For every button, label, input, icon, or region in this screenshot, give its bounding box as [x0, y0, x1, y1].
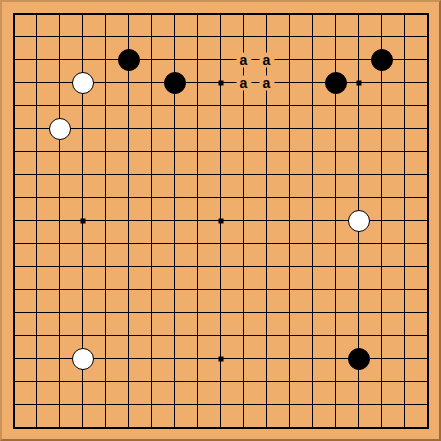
board-cell [94, 186, 117, 209]
board-cell [232, 2, 255, 25]
board-cell [140, 255, 163, 278]
board-cell [393, 209, 416, 232]
board-cell [2, 48, 25, 71]
white-stone [348, 210, 370, 232]
board-cell [25, 301, 48, 324]
board-cell [48, 324, 71, 347]
board-cell [48, 255, 71, 278]
board-cell [140, 163, 163, 186]
board-cell [48, 48, 71, 71]
white-stone [72, 348, 94, 370]
board-cell [163, 2, 186, 25]
board-cell [347, 140, 370, 163]
board-cell [370, 25, 393, 48]
board-cell [370, 71, 393, 94]
board-cell [117, 209, 140, 232]
black-stone [118, 49, 140, 71]
board-cell [209, 48, 232, 71]
white-stone [49, 118, 71, 140]
go-board: aaaa [0, 0, 441, 441]
board-cell [163, 393, 186, 416]
board-cell [163, 186, 186, 209]
board-cell [232, 347, 255, 370]
board-cell [48, 278, 71, 301]
board-cell [393, 140, 416, 163]
board-cell [71, 370, 94, 393]
board-cell [71, 255, 94, 278]
board-cell [370, 393, 393, 416]
board-cell [209, 2, 232, 25]
board-cell [278, 25, 301, 48]
board-cell [393, 301, 416, 324]
board-cell [278, 416, 301, 439]
board-cell [301, 209, 324, 232]
board-cell [71, 393, 94, 416]
board-cell [71, 416, 94, 439]
board-cell [209, 94, 232, 117]
board-cell [140, 94, 163, 117]
board-cell [71, 163, 94, 186]
board-cell [324, 2, 347, 25]
board-cell [255, 393, 278, 416]
board-cell [347, 324, 370, 347]
board-cell [370, 232, 393, 255]
board-cell [209, 25, 232, 48]
board-cell [2, 255, 25, 278]
board-cell [94, 347, 117, 370]
board-cell [393, 370, 416, 393]
board-cell [370, 370, 393, 393]
board-cell [140, 140, 163, 163]
board-cell [393, 347, 416, 370]
board-cell [278, 278, 301, 301]
board-cell [324, 232, 347, 255]
board-cell [94, 209, 117, 232]
white-stone [72, 72, 94, 94]
board-cell [278, 2, 301, 25]
board-cell [186, 117, 209, 140]
board-cell [255, 255, 278, 278]
board-cell [347, 278, 370, 301]
board-cell [2, 2, 25, 25]
board-cell [347, 255, 370, 278]
board-cell [301, 416, 324, 439]
board-cell [94, 255, 117, 278]
board-cell [416, 232, 439, 255]
board-cell [117, 94, 140, 117]
board-cell [117, 416, 140, 439]
board-cell [71, 278, 94, 301]
board-cell [186, 347, 209, 370]
board-cell [94, 94, 117, 117]
board-cell [278, 163, 301, 186]
board-cell [186, 163, 209, 186]
board-cell [324, 347, 347, 370]
board-cell [186, 278, 209, 301]
board-cell [416, 186, 439, 209]
board-cell [25, 278, 48, 301]
board-cell [140, 48, 163, 71]
star-point [80, 218, 85, 223]
board-cell [140, 2, 163, 25]
board-cell [163, 48, 186, 71]
board-cell [186, 209, 209, 232]
board-cell [416, 278, 439, 301]
board-cell [163, 232, 186, 255]
board-cell [140, 232, 163, 255]
board-cell [393, 186, 416, 209]
board-cell [232, 278, 255, 301]
board-cell [163, 255, 186, 278]
board-cell [416, 25, 439, 48]
board-cell [94, 71, 117, 94]
board-cell [232, 94, 255, 117]
board-cell [186, 186, 209, 209]
board-cell [71, 301, 94, 324]
board-cell [347, 25, 370, 48]
board-cell [163, 209, 186, 232]
board-cell [186, 255, 209, 278]
board-cell [94, 370, 117, 393]
board-cell [393, 94, 416, 117]
board-cell [301, 393, 324, 416]
board-cell [186, 48, 209, 71]
board-cell [278, 186, 301, 209]
black-stone [164, 72, 186, 94]
board-cell [163, 347, 186, 370]
board-cell [209, 324, 232, 347]
board-cell [301, 2, 324, 25]
board-cell [370, 140, 393, 163]
board-cell [25, 347, 48, 370]
board-cell [140, 347, 163, 370]
board-cell [370, 278, 393, 301]
board-cell [416, 393, 439, 416]
board-cell [370, 324, 393, 347]
board-cell [232, 232, 255, 255]
board-cell [209, 255, 232, 278]
board-cell [186, 324, 209, 347]
board-cell [416, 140, 439, 163]
board-cell [25, 25, 48, 48]
board-cell [186, 71, 209, 94]
board-cell [301, 301, 324, 324]
board-cell [163, 278, 186, 301]
board-cell [278, 232, 301, 255]
board-cell [416, 2, 439, 25]
board-cell [393, 48, 416, 71]
board-cell [347, 393, 370, 416]
board-cell [94, 117, 117, 140]
board-cell [347, 2, 370, 25]
board-cell [2, 209, 25, 232]
board-cell [2, 186, 25, 209]
board-cell [117, 232, 140, 255]
board-cell [370, 2, 393, 25]
board-cell [324, 186, 347, 209]
board-cell [25, 209, 48, 232]
board-cell [278, 140, 301, 163]
board-cell [117, 186, 140, 209]
board-cell [324, 48, 347, 71]
board-cell [347, 117, 370, 140]
board-cell [370, 347, 393, 370]
board-cell [186, 416, 209, 439]
board-cell [209, 393, 232, 416]
board-cell [186, 370, 209, 393]
board-cell [301, 370, 324, 393]
board-cell [186, 301, 209, 324]
board-cell [416, 71, 439, 94]
star-point [218, 218, 223, 223]
board-cell [324, 324, 347, 347]
board-cell [163, 163, 186, 186]
board-cell [2, 347, 25, 370]
board-cell [232, 324, 255, 347]
board-cell [140, 393, 163, 416]
board-cell [232, 209, 255, 232]
board-cell [255, 232, 278, 255]
board-cell [2, 25, 25, 48]
board-cell [117, 163, 140, 186]
board-cell [370, 416, 393, 439]
board-cell [117, 301, 140, 324]
point-label: a [236, 52, 251, 67]
board-cell [416, 416, 439, 439]
board-cell [393, 163, 416, 186]
board-cell [301, 94, 324, 117]
board-cell [232, 255, 255, 278]
star-point [356, 80, 361, 85]
board-cell [117, 370, 140, 393]
board-cell [209, 416, 232, 439]
board-cell [48, 370, 71, 393]
board-cell [2, 94, 25, 117]
board-cell [25, 186, 48, 209]
board-cell [71, 324, 94, 347]
board-cell [324, 140, 347, 163]
board-cell [278, 71, 301, 94]
board-cell [232, 25, 255, 48]
board-cell [416, 255, 439, 278]
board-cell [347, 301, 370, 324]
board-cell [117, 140, 140, 163]
board-cell [2, 393, 25, 416]
board-cell [255, 25, 278, 48]
board-cell [140, 209, 163, 232]
board-cell [163, 117, 186, 140]
board-cell [393, 117, 416, 140]
board-cell [301, 278, 324, 301]
board-cell [117, 278, 140, 301]
board-cell [25, 2, 48, 25]
board-cell [393, 255, 416, 278]
board-cell [163, 301, 186, 324]
board-cell [94, 140, 117, 163]
board-cell [94, 48, 117, 71]
board-cell [163, 25, 186, 48]
board-cell [140, 324, 163, 347]
board-cell [255, 209, 278, 232]
board-cell [416, 48, 439, 71]
board-cell [347, 163, 370, 186]
board-cell [163, 370, 186, 393]
board-cell [416, 370, 439, 393]
board-cell [2, 117, 25, 140]
board-cell [255, 163, 278, 186]
board-cell [301, 71, 324, 94]
board-cell [324, 94, 347, 117]
board-cell [324, 163, 347, 186]
board-cell [2, 163, 25, 186]
board-cell [94, 25, 117, 48]
board-cell [117, 393, 140, 416]
board-cell [2, 416, 25, 439]
board-cell [48, 301, 71, 324]
board-cell [2, 232, 25, 255]
board-cell [393, 278, 416, 301]
board-cell [393, 2, 416, 25]
board-cell [140, 278, 163, 301]
board-cell [370, 117, 393, 140]
board-cell [393, 71, 416, 94]
board-cell [140, 71, 163, 94]
board-cell [278, 324, 301, 347]
board-cell [278, 347, 301, 370]
board-cell [140, 25, 163, 48]
board-cell [94, 2, 117, 25]
board-cell [163, 416, 186, 439]
board-cell [370, 94, 393, 117]
board-cell [117, 347, 140, 370]
board-cell [232, 416, 255, 439]
board-cell [48, 232, 71, 255]
board-cell [255, 347, 278, 370]
board-cell [324, 416, 347, 439]
board-cell [209, 117, 232, 140]
board-cell [347, 48, 370, 71]
board-cell [2, 370, 25, 393]
board-cell [393, 25, 416, 48]
board-cell [232, 117, 255, 140]
board-cell [232, 370, 255, 393]
board-cell [301, 255, 324, 278]
board-cell [140, 370, 163, 393]
board-cell [324, 25, 347, 48]
board-cell [301, 186, 324, 209]
board-cell [324, 255, 347, 278]
board-cell [301, 140, 324, 163]
board-cell [278, 255, 301, 278]
board-cell [416, 209, 439, 232]
board-cell [94, 232, 117, 255]
board-cell [140, 301, 163, 324]
board-cell [48, 209, 71, 232]
board-cell [94, 278, 117, 301]
board-cell [209, 232, 232, 255]
board-cell [186, 25, 209, 48]
board-cell [301, 324, 324, 347]
board-cell [25, 117, 48, 140]
board-cell [416, 324, 439, 347]
black-stone [348, 348, 370, 370]
board-cell [71, 140, 94, 163]
board-cell [71, 232, 94, 255]
board-cell [324, 117, 347, 140]
black-stone [325, 72, 347, 94]
board-cell [301, 25, 324, 48]
point-label: a [236, 75, 251, 90]
board-cell [48, 393, 71, 416]
board-cell [209, 370, 232, 393]
board-cell [393, 324, 416, 347]
board-cell [324, 278, 347, 301]
point-label: a [259, 75, 274, 90]
board-cell [255, 301, 278, 324]
board-cell [255, 324, 278, 347]
board-cell [140, 117, 163, 140]
board-cell [278, 393, 301, 416]
board-cell [71, 25, 94, 48]
board-cell [186, 232, 209, 255]
star-point [218, 356, 223, 361]
board-cell [25, 324, 48, 347]
board-cell [71, 94, 94, 117]
board-cell [324, 209, 347, 232]
board-cell [71, 2, 94, 25]
board-cell [278, 370, 301, 393]
board-cell [48, 163, 71, 186]
board-cell [25, 163, 48, 186]
board-cell [347, 232, 370, 255]
board-cell [393, 393, 416, 416]
board-cell [209, 301, 232, 324]
board-cell [94, 393, 117, 416]
board-cell [2, 301, 25, 324]
board-cell [117, 117, 140, 140]
board-cell [347, 186, 370, 209]
board-cell [71, 48, 94, 71]
point-label: a [259, 52, 274, 67]
board-cell [94, 301, 117, 324]
board-cell [186, 140, 209, 163]
board-cell [301, 232, 324, 255]
board-cell [232, 140, 255, 163]
board-cell [2, 278, 25, 301]
board-cell [347, 370, 370, 393]
board-cell [48, 416, 71, 439]
board-cell [324, 393, 347, 416]
board-cell [117, 324, 140, 347]
board-cell [94, 416, 117, 439]
board-cell [255, 416, 278, 439]
star-point [218, 80, 223, 85]
board-cell [209, 163, 232, 186]
board-cell [94, 324, 117, 347]
board-cell [370, 255, 393, 278]
board-cell [232, 393, 255, 416]
board-cell [2, 324, 25, 347]
board-cell [209, 278, 232, 301]
board-cell [278, 301, 301, 324]
board-cell [416, 347, 439, 370]
board-cell [255, 186, 278, 209]
board-cell [232, 163, 255, 186]
board-cell [416, 94, 439, 117]
black-stone [371, 49, 393, 71]
board-cell [209, 186, 232, 209]
board-cell [48, 94, 71, 117]
